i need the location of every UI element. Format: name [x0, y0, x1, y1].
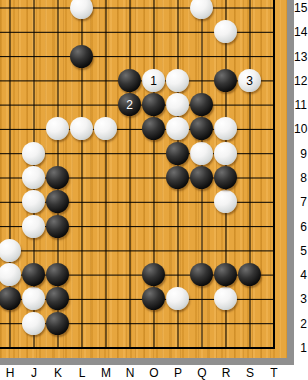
coord-label-col-L: L	[74, 366, 90, 380]
stone-black-K2	[46, 312, 69, 335]
stone-white-R9	[214, 142, 237, 165]
goban[interactable]: 132	[0, 0, 287, 358]
stone-black-R8	[214, 166, 237, 189]
coord-label-row-15: 15	[294, 0, 307, 16]
stone-white-R7	[214, 190, 237, 213]
stone-black-Q10	[190, 117, 213, 140]
stone-white-P3	[166, 287, 189, 310]
move-number: 2	[126, 99, 133, 111]
coord-label-col-K: K	[50, 366, 66, 380]
stone-black-J4	[22, 263, 45, 286]
coord-label-col-T: T	[266, 366, 282, 380]
stone-black-K7	[46, 190, 69, 213]
stone-white-J9	[22, 142, 45, 165]
stone-black-Q4	[190, 263, 213, 286]
stone-white-J6	[22, 215, 45, 238]
coord-label-row-11: 11	[294, 97, 307, 113]
coord-label-row-7: 7	[294, 194, 307, 210]
column-labels-strip: HJKLMNOPQRST	[0, 365, 294, 380]
stone-white-M10	[94, 117, 117, 140]
stone-black-P9	[166, 142, 189, 165]
stone-black-O10	[142, 117, 165, 140]
stone-white-J8	[22, 166, 45, 189]
stone-white-J2	[22, 312, 45, 335]
move-number: 3	[246, 75, 253, 87]
stone-white-P10	[166, 117, 189, 140]
coord-label-row-5: 5	[294, 243, 307, 259]
coord-label-row-2: 2	[294, 316, 307, 332]
coord-label-row-8: 8	[294, 170, 307, 186]
stone-black-Q8	[190, 166, 213, 189]
coord-label-row-3: 3	[294, 291, 307, 307]
stone-black-K6	[46, 215, 69, 238]
coord-label-row-9: 9	[294, 146, 307, 162]
stone-black-O11	[142, 93, 165, 116]
stone-white-O12: 1	[142, 69, 165, 92]
coord-label-col-M: M	[98, 366, 114, 380]
coord-label-col-S: S	[242, 366, 258, 380]
stone-black-K3	[46, 287, 69, 310]
stone-white-P12	[166, 69, 189, 92]
stone-white-S12: 3	[238, 69, 261, 92]
row-labels-strip: 151413121110987654321	[294, 0, 308, 380]
coord-label-row-10: 10	[294, 121, 307, 137]
coord-label-row-12: 12	[294, 73, 307, 89]
coord-label-col-H: H	[2, 366, 18, 380]
stone-black-N11: 2	[118, 93, 141, 116]
stone-black-K4	[46, 263, 69, 286]
stone-white-P11	[166, 93, 189, 116]
stone-white-L10	[70, 117, 93, 140]
coord-label-col-P: P	[170, 366, 186, 380]
stone-white-J7	[22, 190, 45, 213]
board-edge-border-bottom	[0, 358, 294, 365]
coord-label-col-Q: Q	[194, 366, 210, 380]
stone-black-Q11	[190, 93, 213, 116]
coord-label-row-6: 6	[294, 219, 307, 235]
stone-white-Q9	[190, 142, 213, 165]
coord-label-col-R: R	[218, 366, 234, 380]
stone-white-R14	[214, 20, 237, 43]
stone-white-K10	[46, 117, 69, 140]
stone-black-L13	[70, 45, 93, 68]
stone-black-S4	[238, 263, 261, 286]
stone-black-O4	[142, 263, 165, 286]
coord-label-col-J: J	[26, 366, 42, 380]
stone-black-K8	[46, 166, 69, 189]
stone-white-R3	[214, 287, 237, 310]
stone-black-P8	[166, 166, 189, 189]
coord-label-row-4: 4	[294, 267, 307, 283]
coord-label-col-O: O	[146, 366, 162, 380]
stone-black-R12	[214, 69, 237, 92]
stone-black-O3	[142, 287, 165, 310]
stone-black-R4	[214, 263, 237, 286]
coord-label-col-N: N	[122, 366, 138, 380]
move-number: 1	[150, 75, 157, 87]
coord-label-row-13: 13	[294, 49, 307, 65]
stone-black-N12	[118, 69, 141, 92]
stone-white-R10	[214, 117, 237, 140]
coord-label-row-14: 14	[294, 24, 307, 40]
coord-label-row-1: 1	[294, 340, 307, 356]
go-board-screenshot: 132 151413121110987654321 HJKLMNOPQRST	[0, 0, 308, 380]
stone-white-J3	[22, 287, 45, 310]
board-edge-border-right	[287, 0, 294, 365]
